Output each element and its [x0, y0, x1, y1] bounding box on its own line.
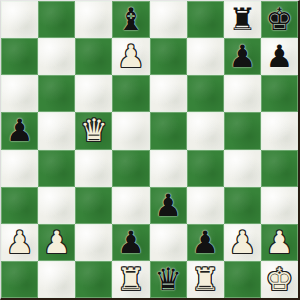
square-e5[interactable] — [150, 112, 187, 149]
black-rook[interactable]: ♜ — [228, 1, 256, 38]
square-c3[interactable] — [75, 187, 112, 224]
black-pawn[interactable]: ♟ — [191, 224, 219, 261]
square-f7[interactable] — [187, 38, 224, 75]
square-h4[interactable] — [261, 150, 298, 187]
square-f6[interactable] — [187, 75, 224, 112]
white-pawn[interactable]: ♟ — [43, 224, 71, 261]
white-pawn[interactable]: ♟ — [228, 224, 256, 261]
square-b2[interactable]: ♟ — [38, 224, 75, 261]
square-b5[interactable] — [38, 112, 75, 149]
white-pawn[interactable]: ♟ — [6, 224, 34, 261]
square-e1[interactable]: ♛ — [150, 261, 187, 298]
square-c5[interactable]: ♛ — [75, 112, 112, 149]
black-pawn[interactable]: ♟ — [266, 38, 294, 75]
white-rook[interactable]: ♜ — [117, 261, 145, 298]
black-pawn[interactable]: ♟ — [154, 187, 182, 224]
black-queen[interactable]: ♛ — [154, 261, 182, 298]
square-a3[interactable] — [1, 187, 38, 224]
black-bishop[interactable]: ♝ — [117, 1, 145, 38]
white-king[interactable]: ♚ — [266, 261, 294, 298]
square-h6[interactable] — [261, 75, 298, 112]
square-c1[interactable] — [75, 261, 112, 298]
square-a8[interactable] — [1, 1, 38, 38]
square-d3[interactable] — [112, 187, 149, 224]
square-b1[interactable] — [38, 261, 75, 298]
square-h3[interactable] — [261, 187, 298, 224]
square-e4[interactable] — [150, 150, 187, 187]
square-g6[interactable] — [224, 75, 261, 112]
square-f5[interactable] — [187, 112, 224, 149]
square-e6[interactable] — [150, 75, 187, 112]
square-f1[interactable]: ♜ — [187, 261, 224, 298]
square-d8[interactable]: ♝ — [112, 1, 149, 38]
square-d4[interactable] — [112, 150, 149, 187]
square-h8[interactable]: ♚ — [261, 1, 298, 38]
square-g8[interactable]: ♜ — [224, 1, 261, 38]
square-f2[interactable]: ♟ — [187, 224, 224, 261]
square-h1[interactable]: ♚ — [261, 261, 298, 298]
black-pawn[interactable]: ♟ — [117, 224, 145, 261]
chess-board-frame: ♝♜♚♟♟♟♟♛♟♟♟♟♟♟♟♜♛♜♚ — [0, 0, 300, 300]
white-rook[interactable]: ♜ — [191, 261, 219, 298]
square-c8[interactable] — [75, 1, 112, 38]
square-d7[interactable]: ♟ — [112, 38, 149, 75]
square-g5[interactable] — [224, 112, 261, 149]
square-f4[interactable] — [187, 150, 224, 187]
white-queen[interactable]: ♛ — [80, 112, 108, 149]
square-a6[interactable] — [1, 75, 38, 112]
square-g3[interactable] — [224, 187, 261, 224]
square-e3[interactable]: ♟ — [150, 187, 187, 224]
black-king[interactable]: ♚ — [266, 1, 294, 38]
square-a4[interactable] — [1, 150, 38, 187]
square-c2[interactable] — [75, 224, 112, 261]
square-b3[interactable] — [38, 187, 75, 224]
square-h7[interactable]: ♟ — [261, 38, 298, 75]
square-b4[interactable] — [38, 150, 75, 187]
white-pawn[interactable]: ♟ — [117, 38, 145, 75]
square-c6[interactable] — [75, 75, 112, 112]
square-a7[interactable] — [1, 38, 38, 75]
square-a5[interactable]: ♟ — [1, 112, 38, 149]
square-f3[interactable] — [187, 187, 224, 224]
square-g1[interactable] — [224, 261, 261, 298]
square-d2[interactable]: ♟ — [112, 224, 149, 261]
square-g7[interactable]: ♟ — [224, 38, 261, 75]
black-pawn[interactable]: ♟ — [228, 38, 256, 75]
square-h5[interactable] — [261, 112, 298, 149]
square-a2[interactable]: ♟ — [1, 224, 38, 261]
square-f8[interactable] — [187, 1, 224, 38]
square-b6[interactable] — [38, 75, 75, 112]
square-d6[interactable] — [112, 75, 149, 112]
square-d5[interactable] — [112, 112, 149, 149]
chess-board: ♝♜♚♟♟♟♟♛♟♟♟♟♟♟♟♜♛♜♚ — [1, 1, 298, 298]
square-d1[interactable]: ♜ — [112, 261, 149, 298]
black-pawn[interactable]: ♟ — [6, 112, 34, 149]
square-e2[interactable] — [150, 224, 187, 261]
square-h2[interactable]: ♟ — [261, 224, 298, 261]
square-a1[interactable] — [1, 261, 38, 298]
square-b8[interactable] — [38, 1, 75, 38]
square-g2[interactable]: ♟ — [224, 224, 261, 261]
square-c7[interactable] — [75, 38, 112, 75]
square-e8[interactable] — [150, 1, 187, 38]
square-b7[interactable] — [38, 38, 75, 75]
square-e7[interactable] — [150, 38, 187, 75]
square-g4[interactable] — [224, 150, 261, 187]
square-c4[interactable] — [75, 150, 112, 187]
white-pawn[interactable]: ♟ — [266, 224, 294, 261]
